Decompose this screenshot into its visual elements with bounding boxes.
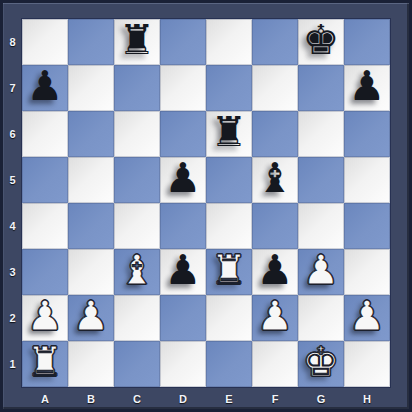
- square-f8[interactable]: [252, 19, 298, 65]
- square-c3[interactable]: ♝: [114, 249, 160, 295]
- square-b8[interactable]: [68, 19, 114, 65]
- square-c2[interactable]: [114, 295, 160, 341]
- square-d7[interactable]: [160, 65, 206, 111]
- piece-white-pawn[interactable]: ♟: [73, 293, 110, 339]
- chess-board-frame: ♜♚♟♟♜♟♝♝♟♜♟♟♟♟♟♟♜♚ 87654321ABCDEFGH: [0, 0, 412, 412]
- square-b4[interactable]: [68, 203, 114, 249]
- square-b3[interactable]: [68, 249, 114, 295]
- piece-black-king[interactable]: ♚: [303, 17, 340, 63]
- square-d3[interactable]: ♟: [160, 249, 206, 295]
- square-b2[interactable]: ♟: [68, 295, 114, 341]
- square-e6[interactable]: ♜: [206, 111, 252, 157]
- square-a6[interactable]: [22, 111, 68, 157]
- square-f7[interactable]: [252, 65, 298, 111]
- square-d6[interactable]: [160, 111, 206, 157]
- square-h4[interactable]: [344, 203, 390, 249]
- square-d8[interactable]: [160, 19, 206, 65]
- square-f2[interactable]: ♟: [252, 295, 298, 341]
- square-c8[interactable]: ♜: [114, 19, 160, 65]
- file-label-d: D: [160, 389, 206, 409]
- square-f1[interactable]: [252, 341, 298, 387]
- piece-white-rook[interactable]: ♜: [211, 247, 248, 293]
- square-d2[interactable]: [160, 295, 206, 341]
- square-a1[interactable]: ♜: [22, 341, 68, 387]
- square-h5[interactable]: [344, 157, 390, 203]
- piece-black-pawn[interactable]: ♟: [257, 247, 294, 293]
- square-c6[interactable]: [114, 111, 160, 157]
- square-d4[interactable]: [160, 203, 206, 249]
- rank-label-2: 2: [3, 295, 22, 341]
- square-f3[interactable]: ♟: [252, 249, 298, 295]
- piece-white-pawn[interactable]: ♟: [27, 293, 64, 339]
- square-c4[interactable]: [114, 203, 160, 249]
- piece-white-king[interactable]: ♚: [303, 339, 340, 385]
- square-h8[interactable]: [344, 19, 390, 65]
- square-a7[interactable]: ♟: [22, 65, 68, 111]
- square-a4[interactable]: [22, 203, 68, 249]
- square-h2[interactable]: ♟: [344, 295, 390, 341]
- file-label-b: B: [68, 389, 114, 409]
- square-f6[interactable]: [252, 111, 298, 157]
- piece-black-bishop[interactable]: ♝: [257, 155, 294, 201]
- square-f5[interactable]: ♝: [252, 157, 298, 203]
- square-e2[interactable]: [206, 295, 252, 341]
- square-g6[interactable]: [298, 111, 344, 157]
- square-e3[interactable]: ♜: [206, 249, 252, 295]
- square-a2[interactable]: ♟: [22, 295, 68, 341]
- square-g7[interactable]: [298, 65, 344, 111]
- square-a8[interactable]: [22, 19, 68, 65]
- rank-label-5: 5: [3, 157, 22, 203]
- square-f4[interactable]: [252, 203, 298, 249]
- square-b1[interactable]: [68, 341, 114, 387]
- square-h1[interactable]: [344, 341, 390, 387]
- rank-label-1: 1: [3, 341, 22, 387]
- piece-black-pawn[interactable]: ♟: [349, 63, 386, 109]
- piece-black-rook[interactable]: ♜: [211, 109, 248, 155]
- file-label-f: F: [252, 389, 298, 409]
- piece-white-pawn[interactable]: ♟: [349, 293, 386, 339]
- square-e7[interactable]: [206, 65, 252, 111]
- square-h7[interactable]: ♟: [344, 65, 390, 111]
- square-b6[interactable]: [68, 111, 114, 157]
- square-h6[interactable]: [344, 111, 390, 157]
- square-d5[interactable]: ♟: [160, 157, 206, 203]
- square-b7[interactable]: [68, 65, 114, 111]
- rank-label-4: 4: [3, 203, 22, 249]
- square-a3[interactable]: [22, 249, 68, 295]
- square-g1[interactable]: ♚: [298, 341, 344, 387]
- piece-black-pawn[interactable]: ♟: [165, 155, 202, 201]
- rank-label-3: 3: [3, 249, 22, 295]
- square-e4[interactable]: [206, 203, 252, 249]
- file-label-h: H: [344, 389, 390, 409]
- piece-black-pawn[interactable]: ♟: [27, 63, 64, 109]
- board: ♜♚♟♟♜♟♝♝♟♜♟♟♟♟♟♟♜♚: [22, 19, 390, 387]
- file-label-a: A: [22, 389, 68, 409]
- square-c1[interactable]: [114, 341, 160, 387]
- rank-label-7: 7: [3, 65, 22, 111]
- square-e8[interactable]: [206, 19, 252, 65]
- piece-white-pawn[interactable]: ♟: [257, 293, 294, 339]
- file-label-e: E: [206, 389, 252, 409]
- piece-black-rook[interactable]: ♜: [119, 17, 156, 63]
- square-b5[interactable]: [68, 157, 114, 203]
- square-e5[interactable]: [206, 157, 252, 203]
- file-label-g: G: [298, 389, 344, 409]
- square-g8[interactable]: ♚: [298, 19, 344, 65]
- piece-white-pawn[interactable]: ♟: [303, 247, 340, 293]
- square-a5[interactable]: [22, 157, 68, 203]
- square-g5[interactable]: [298, 157, 344, 203]
- square-e1[interactable]: [206, 341, 252, 387]
- square-c7[interactable]: [114, 65, 160, 111]
- piece-black-pawn[interactable]: ♟: [165, 247, 202, 293]
- square-g2[interactable]: [298, 295, 344, 341]
- square-g3[interactable]: ♟: [298, 249, 344, 295]
- square-g4[interactable]: [298, 203, 344, 249]
- piece-white-bishop[interactable]: ♝: [119, 247, 156, 293]
- file-label-c: C: [114, 389, 160, 409]
- square-c5[interactable]: [114, 157, 160, 203]
- square-h3[interactable]: [344, 249, 390, 295]
- piece-white-rook[interactable]: ♜: [27, 339, 64, 385]
- square-d1[interactable]: [160, 341, 206, 387]
- rank-label-6: 6: [3, 111, 22, 157]
- rank-label-8: 8: [3, 19, 22, 65]
